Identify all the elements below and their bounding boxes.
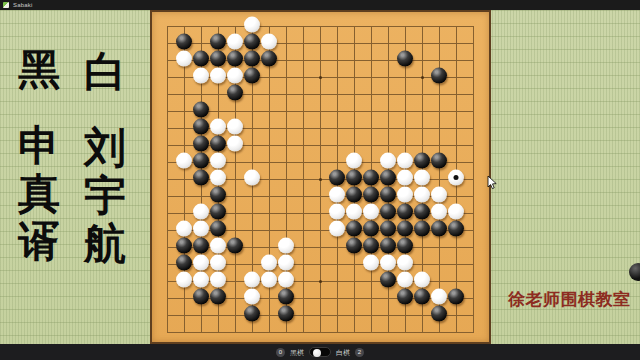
stone-black[interactable] — [380, 204, 396, 220]
watermark-text: 徐老师围棋教室 — [508, 288, 638, 311]
stone-white[interactable] — [227, 136, 243, 152]
stone-white[interactable] — [193, 255, 209, 271]
stone-black[interactable] — [431, 68, 447, 84]
stone-black[interactable] — [210, 204, 226, 220]
stone-black[interactable] — [431, 221, 447, 237]
star-point — [319, 178, 322, 181]
player-info-panel: 黑申真谞 白刘宇航 — [0, 10, 150, 344]
stone-white[interactable] — [244, 289, 260, 305]
stone-white[interactable] — [210, 68, 226, 84]
stone-black[interactable] — [363, 187, 379, 203]
stone-black[interactable] — [346, 238, 362, 254]
stone-white[interactable] — [261, 272, 277, 288]
last-move-marker — [454, 175, 459, 180]
stone-black[interactable] — [431, 153, 447, 169]
player-name-char: 刘 — [84, 124, 126, 172]
stone-black[interactable] — [227, 85, 243, 101]
stone-white[interactable] — [448, 170, 464, 186]
stone-white[interactable] — [210, 255, 226, 271]
stone-black[interactable] — [176, 238, 192, 254]
player-color-char: 白 — [84, 48, 126, 96]
stone-white[interactable] — [397, 187, 413, 203]
stone-black[interactable] — [176, 255, 192, 271]
stone-white[interactable] — [431, 187, 447, 203]
stone-black[interactable] — [448, 221, 464, 237]
player-name-char: 申 — [18, 122, 60, 170]
stone-white[interactable] — [244, 170, 260, 186]
stone-black[interactable] — [193, 289, 209, 305]
stone-black[interactable] — [414, 153, 430, 169]
stone-white[interactable] — [210, 119, 226, 135]
white-player-column: 白刘宇航 — [84, 48, 126, 268]
stone-black[interactable] — [210, 289, 226, 305]
stone-black[interactable] — [193, 136, 209, 152]
stone-white[interactable] — [397, 153, 413, 169]
turn-toggle-knob — [313, 349, 321, 357]
stone-black[interactable] — [397, 221, 413, 237]
stone-white[interactable] — [244, 272, 260, 288]
stone-black[interactable] — [278, 289, 294, 305]
white-captures-badge: 2 — [355, 348, 364, 357]
stone-black[interactable] — [244, 306, 260, 322]
stone-black[interactable] — [431, 306, 447, 322]
stone-black[interactable] — [193, 51, 209, 67]
stone-white[interactable] — [329, 187, 345, 203]
mouse-cursor-icon — [487, 175, 498, 194]
stone-white[interactable] — [193, 204, 209, 220]
stone-white[interactable] — [397, 170, 413, 186]
stone-black[interactable] — [261, 51, 277, 67]
stone-white[interactable] — [193, 68, 209, 84]
stone-black[interactable] — [414, 204, 430, 220]
stone-black[interactable] — [346, 187, 362, 203]
sabaki-logo-icon — [3, 2, 9, 8]
edge-stone-decoration — [629, 263, 640, 281]
titlebar: Sabaki — [0, 0, 640, 10]
stone-white[interactable] — [414, 272, 430, 288]
stone-black[interactable] — [227, 51, 243, 67]
stone-black[interactable] — [193, 153, 209, 169]
stone-white[interactable] — [414, 187, 430, 203]
stone-black[interactable] — [227, 238, 243, 254]
player-color-char: 黑 — [18, 46, 60, 94]
stone-white[interactable] — [278, 238, 294, 254]
stone-black[interactable] — [278, 306, 294, 322]
stone-white[interactable] — [227, 68, 243, 84]
board-grid[interactable] — [167, 26, 474, 333]
stone-white[interactable] — [261, 255, 277, 271]
stone-black[interactable] — [193, 119, 209, 135]
stone-white[interactable] — [210, 153, 226, 169]
stone-black[interactable] — [329, 170, 345, 186]
stone-white[interactable] — [397, 272, 413, 288]
stone-white[interactable] — [346, 204, 362, 220]
player-name-char: 谞 — [18, 218, 60, 266]
stone-white[interactable] — [414, 170, 430, 186]
stone-white[interactable] — [176, 272, 192, 288]
stone-white[interactable] — [227, 34, 243, 50]
stone-black[interactable] — [176, 34, 192, 50]
stone-black[interactable] — [363, 221, 379, 237]
stone-white[interactable] — [210, 170, 226, 186]
stone-white[interactable] — [176, 51, 192, 67]
stone-white[interactable] — [244, 17, 260, 33]
stone-black[interactable] — [397, 204, 413, 220]
stone-black[interactable] — [414, 289, 430, 305]
stone-black[interactable] — [397, 289, 413, 305]
stone-black[interactable] — [397, 238, 413, 254]
turn-toggle[interactable] — [309, 347, 331, 357]
player-name-char: 航 — [84, 220, 126, 268]
stone-black[interactable] — [244, 34, 260, 50]
stone-white[interactable] — [397, 255, 413, 271]
stone-white[interactable] — [431, 204, 447, 220]
window-title: Sabaki — [13, 0, 33, 10]
stone-white[interactable] — [210, 272, 226, 288]
stone-black[interactable] — [210, 136, 226, 152]
star-point — [421, 76, 424, 79]
stone-white[interactable] — [176, 221, 192, 237]
stone-black[interactable] — [414, 221, 430, 237]
stone-white[interactable] — [261, 34, 277, 50]
stone-white[interactable] — [448, 204, 464, 220]
stone-white[interactable] — [329, 221, 345, 237]
stone-black[interactable] — [380, 221, 396, 237]
stone-white[interactable] — [227, 119, 243, 135]
stone-black[interactable] — [397, 51, 413, 67]
stone-black[interactable] — [346, 221, 362, 237]
black-captures-badge: 0 — [276, 348, 285, 357]
star-point — [319, 280, 322, 283]
app-window: Sabaki 黑申真谞 白刘宇航 徐老师围棋教室 0 黑棋 白棋 2 — [0, 0, 640, 360]
white-player-label: 白棋 — [336, 348, 350, 357]
stone-white[interactable] — [193, 221, 209, 237]
stone-black[interactable] — [363, 238, 379, 254]
play-bar: 0 黑棋 白棋 2 — [0, 344, 640, 360]
player-name-char: 宇 — [84, 172, 126, 220]
stone-white[interactable] — [363, 255, 379, 271]
stone-black[interactable] — [380, 187, 396, 203]
stone-black[interactable] — [380, 170, 396, 186]
stone-white[interactable] — [278, 255, 294, 271]
black-player-label: 黑棋 — [290, 348, 304, 357]
stone-white[interactable] — [380, 255, 396, 271]
stone-black[interactable] — [193, 238, 209, 254]
stone-black[interactable] — [363, 170, 379, 186]
stone-black[interactable] — [244, 68, 260, 84]
stone-black[interactable] — [210, 51, 226, 67]
stone-black[interactable] — [210, 34, 226, 50]
stone-white[interactable] — [193, 272, 209, 288]
stone-black[interactable] — [244, 51, 260, 67]
stone-white[interactable] — [346, 153, 362, 169]
stone-white[interactable] — [431, 289, 447, 305]
stone-white[interactable] — [278, 272, 294, 288]
stone-black[interactable] — [193, 170, 209, 186]
stone-black[interactable] — [210, 221, 226, 237]
stone-white[interactable] — [363, 204, 379, 220]
stone-black[interactable] — [210, 187, 226, 203]
black-player-column: 黑申真谞 — [18, 46, 60, 266]
stone-white[interactable] — [380, 153, 396, 169]
stone-black[interactable] — [380, 272, 396, 288]
stone-black[interactable] — [448, 289, 464, 305]
stone-black[interactable] — [193, 102, 209, 118]
go-board[interactable] — [150, 10, 491, 344]
stone-black[interactable] — [346, 170, 362, 186]
stone-white[interactable] — [176, 153, 192, 169]
stone-black[interactable] — [380, 238, 396, 254]
stone-white[interactable] — [210, 238, 226, 254]
star-point — [319, 76, 322, 79]
stone-white[interactable] — [329, 204, 345, 220]
player-name-char: 真 — [18, 170, 60, 218]
